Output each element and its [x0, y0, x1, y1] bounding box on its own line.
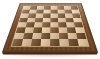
square-h1	[77, 39, 88, 46]
square-a1	[12, 39, 23, 46]
square-h5	[73, 18, 82, 23]
square-e3	[50, 27, 59, 33]
square-d1	[41, 39, 51, 46]
square-d7	[43, 10, 50, 14]
square-f2	[59, 33, 68, 39]
chess-board	[2, 3, 98, 52]
playing-field	[11, 6, 90, 47]
square-e1	[50, 39, 60, 46]
square-d3	[42, 27, 51, 33]
chessboard-photo	[0, 0, 100, 59]
